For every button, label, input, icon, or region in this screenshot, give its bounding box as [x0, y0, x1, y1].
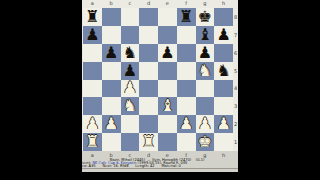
black-pawn: ♟ — [216, 26, 230, 42]
black-bishop: ♝ — [198, 26, 212, 42]
square-c8 — [121, 8, 140, 26]
square-e2 — [158, 115, 177, 133]
file-label-g: g — [196, 0, 215, 7]
file-label-c: c — [121, 0, 140, 7]
square-a5 — [83, 62, 102, 80]
square-a7: ♟ — [83, 26, 102, 44]
rank-label-4: 4 — [82, 80, 83, 98]
square-f3 — [177, 97, 196, 115]
square-h2: ♟ — [214, 115, 233, 133]
white-bishop: ♝ — [160, 98, 174, 114]
black-pawn: ♟ — [123, 62, 137, 78]
square-d1: ♜ — [139, 133, 158, 151]
white-pawn: ♟ — [104, 116, 118, 132]
square-g8: ♚ — [196, 8, 215, 26]
square-e8 — [158, 8, 177, 26]
file-label-d: d — [139, 0, 158, 7]
rank-labels-left: 87654321 — [82, 8, 83, 151]
square-g7: ♝ — [196, 26, 215, 44]
white-knight: ♞ — [123, 98, 137, 114]
caption-divider — [82, 168, 238, 169]
square-e4 — [158, 80, 177, 98]
square-e3: ♝ — [158, 97, 177, 115]
rank-label-1: 1 — [233, 133, 238, 151]
rank-label-4: 4 — [233, 80, 238, 98]
rank-label-8: 8 — [82, 8, 83, 26]
file-label-e: e — [158, 0, 177, 7]
black-knight: ♞ — [123, 44, 137, 60]
file-label-h: h — [214, 0, 233, 7]
black-rook: ♜ — [179, 8, 193, 24]
white-rook: ♜ — [85, 134, 99, 150]
square-g3 — [196, 97, 215, 115]
square-g2: ♟ — [196, 115, 215, 133]
black-rook: ♜ — [85, 8, 99, 24]
thumbnail-content: abcdefgh ♜♜♚♟♝♟♟♞♟♟♟♞♞♟♞♝♟♟♟♟♟♜♜♚ 876543… — [82, 0, 238, 172]
square-a4 — [83, 80, 102, 98]
square-d6 — [139, 44, 158, 62]
square-h5: ♞ — [214, 62, 233, 80]
square-d8 — [139, 8, 158, 26]
black-pawn: ♟ — [85, 26, 99, 42]
game-info-caption: abcdefgh Nazir, Mihail (2445) -- Ilyin, … — [82, 151, 238, 172]
square-c4: ♟ — [121, 80, 140, 98]
square-f6 — [177, 44, 196, 62]
square-f5 — [177, 62, 196, 80]
square-h3 — [214, 97, 233, 115]
square-a2: ♟ — [83, 115, 102, 133]
square-b2: ♟ — [102, 115, 121, 133]
square-b7 — [102, 26, 121, 44]
file-label-a: a — [83, 0, 102, 7]
square-e5 — [158, 62, 177, 80]
caption-text-block: Nazir, Mihail (2445) -- Ilyin, Horogikh … — [82, 158, 238, 167]
white-rook: ♜ — [141, 134, 155, 150]
letterbox-background: { "game": "chess", "position": { "fen": … — [0, 0, 320, 180]
square-d2 — [139, 115, 158, 133]
rank-label-1: 1 — [82, 133, 83, 151]
square-g6: ♟ — [196, 44, 215, 62]
square-f8: ♜ — [177, 8, 196, 26]
square-f1 — [177, 133, 196, 151]
white-pawn: ♟ — [123, 80, 137, 96]
rank-label-7: 7 — [82, 26, 83, 44]
rank-labels-right: 87654321 — [233, 8, 238, 151]
square-f4 — [177, 80, 196, 98]
rank-label-3: 3 — [82, 97, 83, 115]
square-c2 — [121, 115, 140, 133]
square-g5: ♞ — [196, 62, 215, 80]
black-king: ♚ — [198, 8, 212, 24]
black-pawn: ♟ — [104, 44, 118, 60]
rank-label-2: 2 — [233, 115, 238, 133]
white-pawn: ♟ — [85, 116, 99, 132]
chessboard: ♜♜♚♟♝♟♟♞♟♟♟♞♞♟♞♝♟♟♟♟♟♜♜♚ — [83, 8, 233, 152]
square-h4 — [214, 80, 233, 98]
stats-line: Eco: A35 Next: 16. Rfd8 Length: 42 Mater… — [82, 164, 238, 167]
square-h1 — [214, 133, 233, 151]
square-e7 — [158, 26, 177, 44]
square-b4 — [102, 80, 121, 98]
square-d5 — [139, 62, 158, 80]
file-label-f: f — [177, 0, 196, 7]
square-c5: ♟ — [121, 62, 140, 80]
white-pawn: ♟ — [179, 116, 193, 132]
square-b8 — [102, 8, 121, 26]
square-c3: ♞ — [121, 97, 140, 115]
square-b1 — [102, 133, 121, 151]
rank-label-5: 5 — [233, 62, 238, 80]
square-b3 — [102, 97, 121, 115]
rank-label-3: 3 — [233, 97, 238, 115]
square-c7 — [121, 26, 140, 44]
rank-label-8: 8 — [233, 8, 238, 26]
square-d4 — [139, 80, 158, 98]
square-h6 — [214, 44, 233, 62]
square-g4 — [196, 80, 215, 98]
square-f7 — [177, 26, 196, 44]
rank-label-5: 5 — [82, 62, 83, 80]
white-king: ♚ — [198, 134, 212, 150]
square-e6: ♟ — [158, 44, 177, 62]
white-pawn: ♟ — [198, 116, 212, 132]
file-label-b: b — [102, 0, 121, 7]
file-labels-top: abcdefgh — [83, 0, 233, 7]
rank-label-7: 7 — [233, 26, 238, 44]
square-d3 — [139, 97, 158, 115]
square-e1 — [158, 133, 177, 151]
square-f2: ♟ — [177, 115, 196, 133]
square-b5 — [102, 62, 121, 80]
square-d7 — [139, 26, 158, 44]
white-knight: ♞ — [198, 62, 212, 78]
square-c6: ♞ — [121, 44, 140, 62]
square-h8 — [214, 8, 233, 26]
square-a8: ♜ — [83, 8, 102, 26]
square-a1: ♜ — [83, 133, 102, 151]
square-a6 — [83, 44, 102, 62]
square-b6: ♟ — [102, 44, 121, 62]
rank-label-6: 6 — [82, 44, 83, 62]
square-c1 — [121, 133, 140, 151]
rank-label-2: 2 — [82, 115, 83, 133]
rank-label-6: 6 — [233, 44, 238, 62]
square-h7: ♟ — [214, 26, 233, 44]
square-g1: ♚ — [196, 133, 215, 151]
black-pawn: ♟ — [198, 44, 212, 60]
white-pawn: ♟ — [216, 116, 230, 132]
black-pawn: ♟ — [160, 44, 174, 60]
square-a3 — [83, 97, 102, 115]
black-knight: ♞ — [216, 62, 230, 78]
